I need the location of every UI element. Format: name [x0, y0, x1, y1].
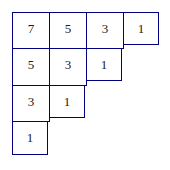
cell-r1c2: 5 [49, 12, 87, 49]
cell-r2c2: 3 [49, 48, 87, 86]
puzzle-board: 7531531311 [0, 0, 170, 170]
cell-r2c1: 5 [12, 48, 50, 86]
cell-r1c3: 3 [86, 12, 124, 49]
cell-r4c1: 1 [12, 121, 48, 155]
cell-r2c3: 1 [86, 48, 122, 81]
cell-r3c2: 1 [49, 85, 85, 118]
cell-r1c4: 1 [123, 12, 159, 45]
cell-r1c1: 7 [12, 12, 50, 49]
cell-r3c1: 3 [12, 85, 50, 122]
